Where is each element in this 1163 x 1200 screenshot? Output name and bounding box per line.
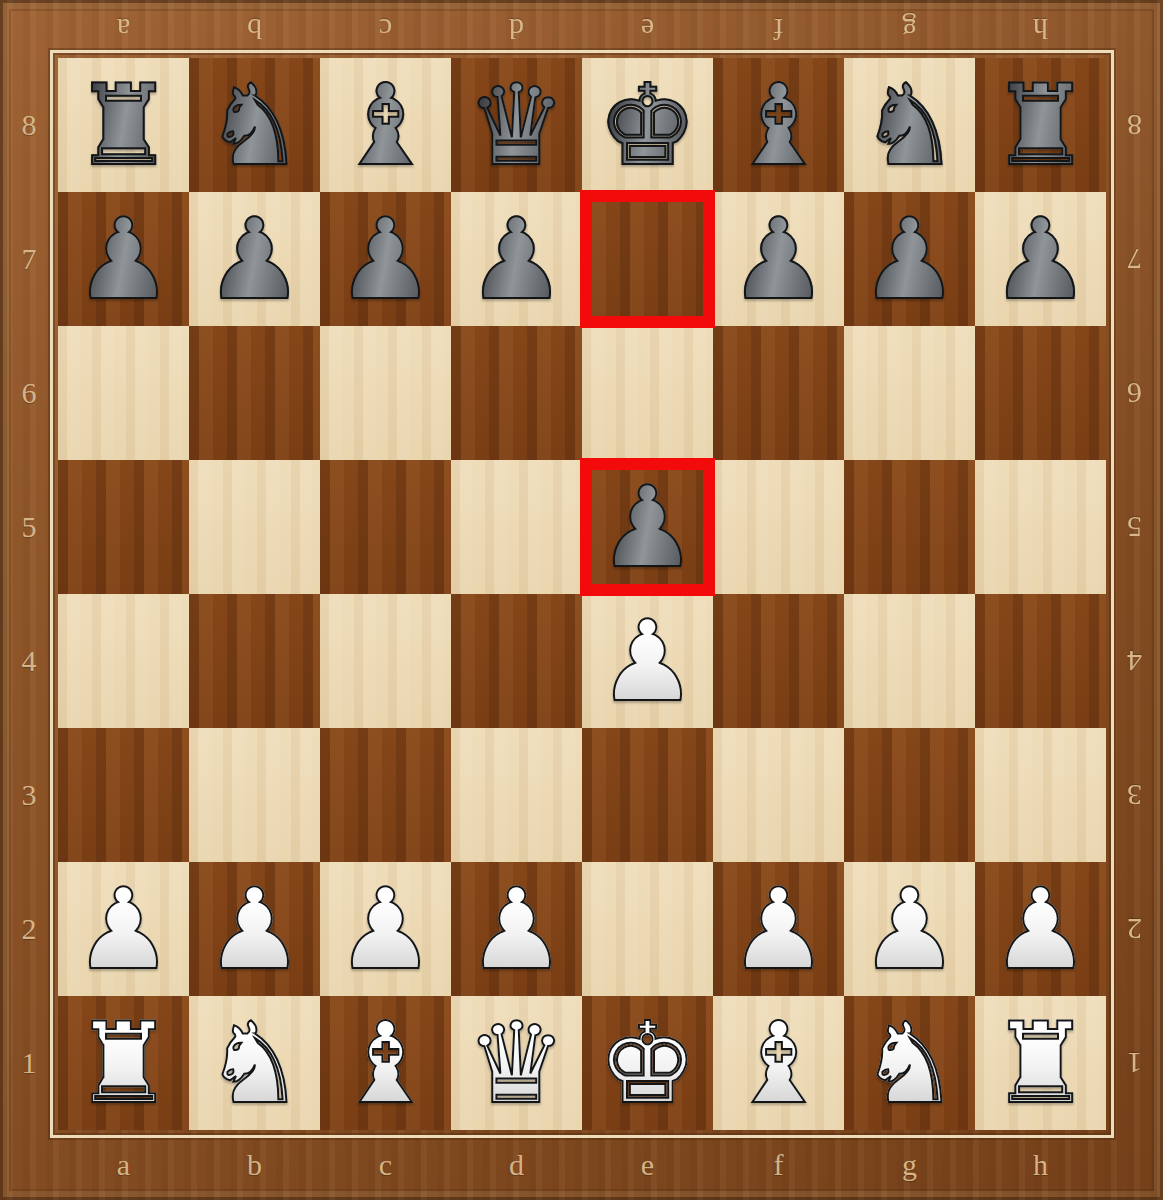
square-g5[interactable] [844,460,975,594]
coordinate-label-5: 5 [1106,460,1163,594]
square-g4[interactable] [844,594,975,728]
rank-labels-left: 87654321 [0,58,58,1130]
white-knight-g1[interactable]: ♞ [859,1007,959,1119]
coordinate-label-6: 6 [0,326,58,460]
square-d8[interactable]: ♛ [451,58,582,192]
square-g2[interactable]: ♟ [844,862,975,996]
white-pawn-e4[interactable]: ♟ [597,605,697,717]
square-b7[interactable]: ♟ [189,192,320,326]
white-bishop-f1[interactable]: ♝ [728,1007,828,1119]
coordinate-label-a: a [58,1130,189,1200]
square-c1[interactable]: ♝ [320,996,451,1130]
square-e1[interactable]: ♚ [582,996,713,1130]
square-f5[interactable] [713,460,844,594]
black-pawn-b7[interactable]: ♟ [204,203,304,315]
coordinate-label-2: 2 [1106,862,1163,996]
white-knight-b1[interactable]: ♞ [204,1007,304,1119]
white-rook-a1[interactable]: ♜ [73,1007,173,1119]
black-pawn-g7[interactable]: ♟ [859,203,959,315]
coordinate-label-3: 3 [1106,728,1163,862]
coordinate-label-h: h [975,1130,1106,1200]
square-h2[interactable]: ♟ [975,862,1106,996]
chessboard: ♜♞♝♛♚♝♞♜♟♟♟♟♟♟♟♟♟♟♟♟♟♟♟♟♜♞♝♛♚♝♞♜ [58,58,1106,1130]
square-d3[interactable] [451,728,582,862]
square-f3[interactable] [713,728,844,862]
square-f6[interactable] [713,326,844,460]
rank-labels-right: 87654321 [1106,58,1163,1130]
black-knight-g8[interactable]: ♞ [859,69,959,181]
square-e5[interactable]: ♟ [582,460,713,594]
square-a7[interactable]: ♟ [58,192,189,326]
coordinate-label-4: 4 [0,594,58,728]
white-bishop-c1[interactable]: ♝ [335,1007,435,1119]
coordinate-label-1: 1 [1106,996,1163,1130]
square-c7[interactable]: ♟ [320,192,451,326]
coordinate-label-d: d [451,1130,582,1200]
square-g8[interactable]: ♞ [844,58,975,192]
black-bishop-c8[interactable]: ♝ [335,69,435,181]
black-bishop-f8[interactable]: ♝ [728,69,828,181]
square-b2[interactable]: ♟ [189,862,320,996]
square-f7[interactable]: ♟ [713,192,844,326]
white-rook-h1[interactable]: ♜ [990,1007,1090,1119]
coordinate-label-8: 8 [0,58,58,192]
square-f2[interactable]: ♟ [713,862,844,996]
white-king-e1[interactable]: ♚ [597,1007,697,1119]
coordinate-label-1: 1 [0,996,58,1130]
black-rook-a8[interactable]: ♜ [73,69,173,181]
square-e8[interactable]: ♚ [582,58,713,192]
square-g7[interactable]: ♟ [844,192,975,326]
square-b3[interactable] [189,728,320,862]
square-h1[interactable]: ♜ [975,996,1106,1130]
square-b4[interactable] [189,594,320,728]
square-h7[interactable]: ♟ [975,192,1106,326]
coordinate-label-c: c [320,1130,451,1200]
coordinate-label-5: 5 [0,460,58,594]
square-d7[interactable]: ♟ [451,192,582,326]
square-h8[interactable]: ♜ [975,58,1106,192]
coordinate-label-f: f [713,0,844,58]
square-e7[interactable] [582,192,713,326]
square-g6[interactable] [844,326,975,460]
square-d5[interactable] [451,460,582,594]
square-b8[interactable]: ♞ [189,58,320,192]
coordinate-label-3: 3 [0,728,58,862]
square-d1[interactable]: ♛ [451,996,582,1130]
square-c8[interactable]: ♝ [320,58,451,192]
white-pawn-c2[interactable]: ♟ [335,873,435,985]
coordinate-label-g: g [844,0,975,58]
black-pawn-c7[interactable]: ♟ [335,203,435,315]
square-h6[interactable] [975,326,1106,460]
square-c3[interactable] [320,728,451,862]
square-h5[interactable] [975,460,1106,594]
coordinate-label-e: e [582,0,713,58]
black-pawn-e5[interactable]: ♟ [597,471,697,583]
square-c2[interactable]: ♟ [320,862,451,996]
square-a8[interactable]: ♜ [58,58,189,192]
white-pawn-g2[interactable]: ♟ [859,873,959,985]
coordinate-label-h: h [975,0,1106,58]
square-f4[interactable] [713,594,844,728]
square-e6[interactable] [582,326,713,460]
file-labels-top: abcdefgh [58,0,1106,58]
square-d4[interactable] [451,594,582,728]
square-a6[interactable] [58,326,189,460]
square-b6[interactable] [189,326,320,460]
square-b5[interactable] [189,460,320,594]
square-e2[interactable] [582,862,713,996]
square-f8[interactable]: ♝ [713,58,844,192]
square-d2[interactable]: ♟ [451,862,582,996]
coordinate-label-7: 7 [1106,192,1163,326]
black-queen-d8[interactable]: ♛ [466,69,566,181]
white-pawn-h2[interactable]: ♟ [990,873,1090,985]
square-a5[interactable] [58,460,189,594]
coordinate-label-8: 8 [1106,58,1163,192]
square-a4[interactable] [58,594,189,728]
white-pawn-a2[interactable]: ♟ [73,873,173,985]
coordinate-label-b: b [189,0,320,58]
white-pawn-d2[interactable]: ♟ [466,873,566,985]
black-knight-b8[interactable]: ♞ [204,69,304,181]
coordinate-label-f: f [713,1130,844,1200]
white-pawn-b2[interactable]: ♟ [204,873,304,985]
coordinate-label-2: 2 [0,862,58,996]
coordinate-label-g: g [844,1130,975,1200]
square-c5[interactable] [320,460,451,594]
coordinate-label-c: c [320,0,451,58]
coordinate-label-e: e [582,1130,713,1200]
black-pawn-h7[interactable]: ♟ [990,203,1090,315]
black-pawn-d7[interactable]: ♟ [466,203,566,315]
square-a1[interactable]: ♜ [58,996,189,1130]
white-queen-d1[interactable]: ♛ [466,1007,566,1119]
coordinate-label-4: 4 [1106,594,1163,728]
square-e3[interactable] [582,728,713,862]
black-rook-h8[interactable]: ♜ [990,69,1090,181]
square-d6[interactable] [451,326,582,460]
coordinate-label-b: b [189,1130,320,1200]
black-pawn-f7[interactable]: ♟ [728,203,828,315]
white-pawn-f2[interactable]: ♟ [728,873,828,985]
square-g1[interactable]: ♞ [844,996,975,1130]
coordinate-label-a: a [58,0,189,58]
coordinate-label-d: d [451,0,582,58]
square-c6[interactable] [320,326,451,460]
square-b1[interactable]: ♞ [189,996,320,1130]
square-g3[interactable] [844,728,975,862]
square-f1[interactable]: ♝ [713,996,844,1130]
file-labels-bottom: abcdefgh [58,1130,1106,1200]
black-king-e8[interactable]: ♚ [597,69,697,181]
square-a2[interactable]: ♟ [58,862,189,996]
square-h4[interactable] [975,594,1106,728]
square-e4[interactable]: ♟ [582,594,713,728]
square-a3[interactable] [58,728,189,862]
square-c4[interactable] [320,594,451,728]
coordinate-label-6: 6 [1106,326,1163,460]
square-h3[interactable] [975,728,1106,862]
chessboard-frame: abcdefgh abcdefgh 87654321 87654321 ♜♞♝♛… [0,0,1163,1200]
black-pawn-a7[interactable]: ♟ [73,203,173,315]
coordinate-label-7: 7 [0,192,58,326]
